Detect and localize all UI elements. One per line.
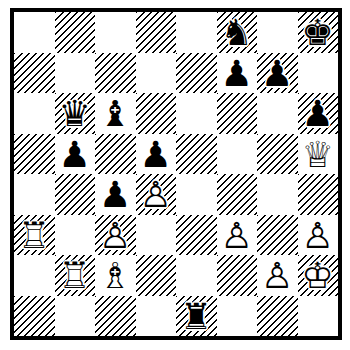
- white-pawn-glyph: ♙: [298, 215, 339, 256]
- white-pawn-glyph: ♙: [257, 255, 298, 296]
- black-king-glyph: ♚: [298, 12, 339, 53]
- square-a5[interactable]: [14, 134, 55, 175]
- square-g2[interactable]: ♟♙: [257, 255, 298, 296]
- square-f3[interactable]: ♟♙: [217, 215, 258, 256]
- square-h5[interactable]: ♛♕: [298, 134, 339, 175]
- square-f8[interactable]: ♞: [217, 12, 258, 53]
- white-queen: ♛♕: [298, 134, 339, 175]
- white-pawn-glyph: ♙: [217, 215, 258, 256]
- square-d2[interactable]: [136, 255, 177, 296]
- black-bishop-glyph: ♝: [95, 93, 136, 134]
- square-d6[interactable]: [136, 93, 177, 134]
- black-king: ♚: [298, 12, 339, 53]
- white-bishop-glyph: ♗: [95, 255, 136, 296]
- square-d3[interactable]: [136, 215, 177, 256]
- square-b1[interactable]: [55, 296, 96, 337]
- black-pawn-glyph: ♟: [136, 134, 177, 175]
- white-bishop: ♝♗: [95, 255, 136, 296]
- square-c3[interactable]: ♟♙: [95, 215, 136, 256]
- black-pawn-glyph: ♟: [257, 53, 298, 94]
- white-pawn: ♟♙: [257, 255, 298, 296]
- square-d1[interactable]: [136, 296, 177, 337]
- square-c8[interactable]: [95, 12, 136, 53]
- black-pawn: ♟: [136, 134, 177, 175]
- white-queen-glyph: ♕: [298, 134, 339, 175]
- square-f5[interactable]: [217, 134, 258, 175]
- square-g7[interactable]: ♟: [257, 53, 298, 94]
- square-h1[interactable]: [298, 296, 339, 337]
- square-g4[interactable]: [257, 174, 298, 215]
- square-g8[interactable]: [257, 12, 298, 53]
- white-king: ♚♔: [298, 255, 339, 296]
- square-b4[interactable]: [55, 174, 96, 215]
- chess-board: ♞♚♟♟♛♝♟♟♟♛♕♟♟♙♜♖♟♙♟♙♟♙♜♖♝♗♟♙♚♔♜: [10, 8, 342, 340]
- square-b7[interactable]: [55, 53, 96, 94]
- square-h8[interactable]: ♚: [298, 12, 339, 53]
- square-e5[interactable]: [176, 134, 217, 175]
- black-rook-glyph: ♜: [176, 296, 217, 337]
- square-c5[interactable]: [95, 134, 136, 175]
- black-queen: ♛: [55, 93, 96, 134]
- square-b3[interactable]: [55, 215, 96, 256]
- black-pawn-glyph: ♟: [95, 174, 136, 215]
- square-g1[interactable]: [257, 296, 298, 337]
- square-f4[interactable]: [217, 174, 258, 215]
- square-h2[interactable]: ♚♔: [298, 255, 339, 296]
- black-pawn-glyph: ♟: [217, 53, 258, 94]
- black-knight: ♞: [217, 12, 258, 53]
- black-pawn: ♟: [257, 53, 298, 94]
- square-a6[interactable]: [14, 93, 55, 134]
- black-queen-glyph: ♛: [55, 93, 96, 134]
- black-pawn-glyph: ♟: [298, 93, 339, 134]
- white-rook: ♜♖: [14, 215, 55, 256]
- square-d5[interactable]: ♟: [136, 134, 177, 175]
- square-c6[interactable]: ♝: [95, 93, 136, 134]
- square-a4[interactable]: [14, 174, 55, 215]
- square-a1[interactable]: [14, 296, 55, 337]
- square-b6[interactable]: ♛: [55, 93, 96, 134]
- square-e6[interactable]: [176, 93, 217, 134]
- square-e3[interactable]: [176, 215, 217, 256]
- square-g5[interactable]: [257, 134, 298, 175]
- black-pawn: ♟: [55, 134, 96, 175]
- black-bishop: ♝: [95, 93, 136, 134]
- square-h6[interactable]: ♟: [298, 93, 339, 134]
- square-a2[interactable]: [14, 255, 55, 296]
- square-c2[interactable]: ♝♗: [95, 255, 136, 296]
- square-h7[interactable]: [298, 53, 339, 94]
- white-pawn-glyph: ♙: [95, 215, 136, 256]
- square-a8[interactable]: [14, 12, 55, 53]
- white-rook: ♜♖: [55, 255, 96, 296]
- square-h3[interactable]: ♟♙: [298, 215, 339, 256]
- square-b8[interactable]: [55, 12, 96, 53]
- square-b5[interactable]: ♟: [55, 134, 96, 175]
- square-a3[interactable]: ♜♖: [14, 215, 55, 256]
- white-pawn: ♟♙: [298, 215, 339, 256]
- square-d7[interactable]: [136, 53, 177, 94]
- square-g6[interactable]: [257, 93, 298, 134]
- square-f7[interactable]: ♟: [217, 53, 258, 94]
- square-f2[interactable]: [217, 255, 258, 296]
- square-f6[interactable]: [217, 93, 258, 134]
- black-rook: ♜: [176, 296, 217, 337]
- square-a7[interactable]: [14, 53, 55, 94]
- square-h4[interactable]: [298, 174, 339, 215]
- square-c4[interactable]: ♟: [95, 174, 136, 215]
- square-f1[interactable]: [217, 296, 258, 337]
- white-rook-glyph: ♖: [14, 215, 55, 256]
- square-e7[interactable]: [176, 53, 217, 94]
- square-b2[interactable]: ♜♖: [55, 255, 96, 296]
- square-e1[interactable]: ♜: [176, 296, 217, 337]
- white-pawn: ♟♙: [217, 215, 258, 256]
- black-pawn: ♟: [95, 174, 136, 215]
- white-pawn-glyph: ♙: [136, 174, 177, 215]
- black-pawn: ♟: [298, 93, 339, 134]
- white-pawn: ♟♙: [95, 215, 136, 256]
- square-e8[interactable]: [176, 12, 217, 53]
- black-knight-glyph: ♞: [217, 12, 258, 53]
- white-rook-glyph: ♖: [55, 255, 96, 296]
- square-c1[interactable]: [95, 296, 136, 337]
- square-d4[interactable]: ♟♙: [136, 174, 177, 215]
- square-e4[interactable]: [176, 174, 217, 215]
- square-c7[interactable]: [95, 53, 136, 94]
- square-d8[interactable]: [136, 12, 177, 53]
- square-e2[interactable]: [176, 255, 217, 296]
- white-pawn: ♟♙: [136, 174, 177, 215]
- black-pawn: ♟: [217, 53, 258, 94]
- square-g3[interactable]: [257, 215, 298, 256]
- board-grid: ♞♚♟♟♛♝♟♟♟♛♕♟♟♙♜♖♟♙♟♙♟♙♜♖♝♗♟♙♚♔♜: [14, 12, 338, 336]
- white-king-glyph: ♔: [298, 255, 339, 296]
- black-pawn-glyph: ♟: [55, 134, 96, 175]
